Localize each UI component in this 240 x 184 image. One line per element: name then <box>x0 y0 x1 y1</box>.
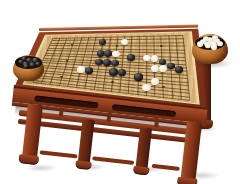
go-stone-black[interactable] <box>159 59 167 66</box>
go-stone-black[interactable] <box>103 59 111 66</box>
go-stone-white[interactable] <box>151 55 159 61</box>
bowl-opening-black <box>15 56 41 68</box>
go-stone-black[interactable] <box>85 67 93 74</box>
go-stone-black[interactable] <box>134 73 143 80</box>
go-stone-black[interactable] <box>104 50 112 56</box>
white-stone-in-bowl <box>211 45 217 50</box>
go-stone-black[interactable] <box>118 69 126 76</box>
black-stone-in-bowl <box>35 61 40 66</box>
go-stone-white[interactable] <box>121 39 128 45</box>
go-stone-black[interactable] <box>99 39 106 45</box>
go-stone-white[interactable] <box>142 84 151 92</box>
black-stone-in-bowl <box>30 62 35 67</box>
go-stone-black[interactable] <box>97 50 105 56</box>
go-stone-white[interactable] <box>151 78 160 85</box>
go-stone-black[interactable] <box>95 59 103 66</box>
go-table-scene <box>0 0 240 184</box>
go-stone-white[interactable] <box>77 66 85 73</box>
go-stone-white[interactable] <box>159 65 167 72</box>
go-stone-white[interactable] <box>151 65 159 72</box>
go-stone-black[interactable] <box>109 68 117 75</box>
go-stone-white[interactable] <box>112 51 120 57</box>
black-stone-in-bowl <box>22 56 27 61</box>
bowl-opening-white <box>195 36 225 50</box>
go-stone-white[interactable] <box>143 55 151 61</box>
stones-layer <box>0 0 240 184</box>
white-stone-bowl[interactable] <box>192 34 228 64</box>
go-stone-black[interactable] <box>111 60 119 67</box>
go-stone-black[interactable] <box>167 63 175 70</box>
go-stone-black[interactable] <box>175 66 183 73</box>
white-stone-in-bowl <box>197 41 203 46</box>
black-stone-in-bowl <box>24 64 29 69</box>
go-stone-black[interactable] <box>127 54 135 60</box>
white-stone-in-bowl <box>217 41 223 46</box>
black-stone-bowl[interactable] <box>13 55 44 81</box>
